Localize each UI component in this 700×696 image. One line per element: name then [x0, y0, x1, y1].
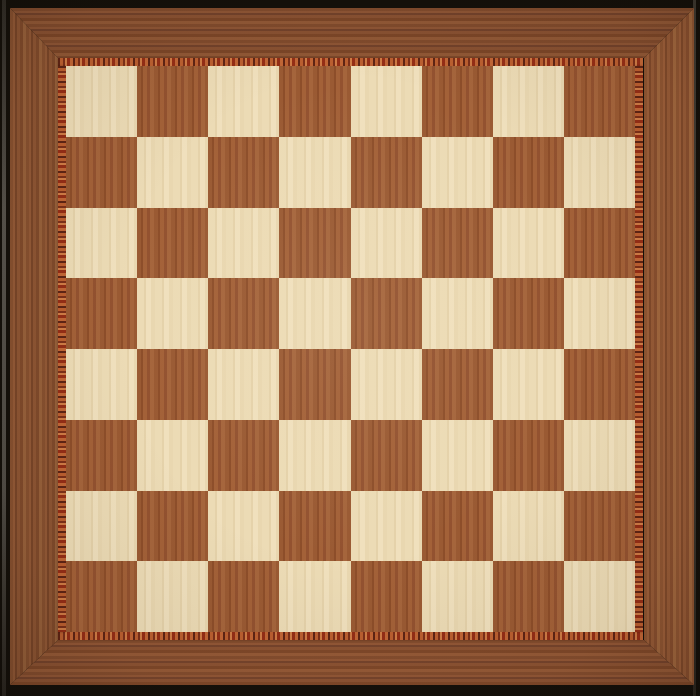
- board-frame-left: [10, 8, 58, 685]
- square-h2[interactable]: [564, 491, 635, 562]
- square-g1[interactable]: [493, 561, 564, 632]
- square-e5[interactable]: [351, 278, 422, 349]
- square-c7[interactable]: [208, 137, 279, 208]
- board-frame-top: [10, 8, 694, 58]
- chessboard: [66, 66, 635, 632]
- square-c6[interactable]: [208, 208, 279, 279]
- square-h1[interactable]: [564, 561, 635, 632]
- square-d4[interactable]: [279, 349, 350, 420]
- square-a6[interactable]: [66, 208, 137, 279]
- square-e7[interactable]: [351, 137, 422, 208]
- square-g3[interactable]: [493, 420, 564, 491]
- square-c2[interactable]: [208, 491, 279, 562]
- square-g2[interactable]: [493, 491, 564, 562]
- square-a8[interactable]: [66, 66, 137, 137]
- square-f2[interactable]: [422, 491, 493, 562]
- square-c5[interactable]: [208, 278, 279, 349]
- inlay-border-left: [58, 66, 66, 632]
- square-h3[interactable]: [564, 420, 635, 491]
- square-f5[interactable]: [422, 278, 493, 349]
- square-a2[interactable]: [66, 491, 137, 562]
- inlay-border-top: [58, 58, 643, 66]
- square-d6[interactable]: [279, 208, 350, 279]
- chessboard-photo: [0, 0, 700, 696]
- board-frame-bottom: [10, 640, 694, 685]
- square-a7[interactable]: [66, 137, 137, 208]
- square-e3[interactable]: [351, 420, 422, 491]
- square-d2[interactable]: [279, 491, 350, 562]
- square-f7[interactable]: [422, 137, 493, 208]
- square-h8[interactable]: [564, 66, 635, 137]
- square-b7[interactable]: [137, 137, 208, 208]
- square-c1[interactable]: [208, 561, 279, 632]
- square-g8[interactable]: [493, 66, 564, 137]
- square-f6[interactable]: [422, 208, 493, 279]
- square-d5[interactable]: [279, 278, 350, 349]
- square-b8[interactable]: [137, 66, 208, 137]
- square-h5[interactable]: [564, 278, 635, 349]
- square-a1[interactable]: [66, 561, 137, 632]
- square-d7[interactable]: [279, 137, 350, 208]
- square-a4[interactable]: [66, 349, 137, 420]
- square-h6[interactable]: [564, 208, 635, 279]
- square-d1[interactable]: [279, 561, 350, 632]
- square-e2[interactable]: [351, 491, 422, 562]
- square-b2[interactable]: [137, 491, 208, 562]
- inlay-border-right: [635, 66, 643, 632]
- square-e1[interactable]: [351, 561, 422, 632]
- square-c4[interactable]: [208, 349, 279, 420]
- square-d3[interactable]: [279, 420, 350, 491]
- square-h7[interactable]: [564, 137, 635, 208]
- square-b6[interactable]: [137, 208, 208, 279]
- square-c8[interactable]: [208, 66, 279, 137]
- square-b3[interactable]: [137, 420, 208, 491]
- square-b5[interactable]: [137, 278, 208, 349]
- square-f4[interactable]: [422, 349, 493, 420]
- square-b1[interactable]: [137, 561, 208, 632]
- square-f3[interactable]: [422, 420, 493, 491]
- square-d8[interactable]: [279, 66, 350, 137]
- square-g4[interactable]: [493, 349, 564, 420]
- board-frame-right: [644, 8, 694, 685]
- square-e8[interactable]: [351, 66, 422, 137]
- square-a3[interactable]: [66, 420, 137, 491]
- square-b4[interactable]: [137, 349, 208, 420]
- inlay-border-bottom: [58, 632, 643, 640]
- square-e6[interactable]: [351, 208, 422, 279]
- square-f1[interactable]: [422, 561, 493, 632]
- square-g7[interactable]: [493, 137, 564, 208]
- square-a5[interactable]: [66, 278, 137, 349]
- edge-highlight-left: [2, 0, 6, 696]
- square-h4[interactable]: [564, 349, 635, 420]
- square-c3[interactable]: [208, 420, 279, 491]
- square-e4[interactable]: [351, 349, 422, 420]
- square-f8[interactable]: [422, 66, 493, 137]
- square-g5[interactable]: [493, 278, 564, 349]
- square-g6[interactable]: [493, 208, 564, 279]
